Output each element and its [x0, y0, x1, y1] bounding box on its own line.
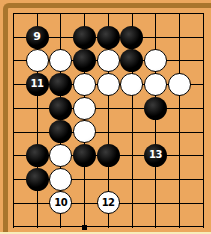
- black-stone: [144, 97, 167, 120]
- white-stone: [97, 49, 120, 72]
- move-number-label: 12: [102, 192, 115, 213]
- go-board: 911131012: [0, 0, 211, 234]
- move-number-label: 9: [33, 26, 41, 48]
- black-stone: [26, 168, 49, 191]
- black-stone: [73, 26, 96, 49]
- black-stone: [49, 97, 72, 120]
- white-stone: [73, 73, 96, 96]
- white-stone: [168, 73, 191, 96]
- white-stone: [97, 73, 120, 96]
- black-stone: [120, 26, 143, 49]
- move-number-label: 10: [54, 192, 67, 213]
- black-stone-11: 11: [26, 73, 49, 96]
- star-point: [82, 225, 87, 230]
- black-stone-13: 13: [144, 144, 167, 167]
- white-stone: [49, 168, 72, 191]
- bottom-edge-strip: [0, 232, 211, 234]
- white-stone-12: 12: [97, 191, 120, 214]
- white-stone: [73, 97, 96, 120]
- white-stone: [144, 73, 167, 96]
- black-stone: [73, 144, 96, 167]
- black-stone-9: 9: [26, 26, 49, 49]
- black-stone: [49, 73, 72, 96]
- black-stone: [73, 49, 96, 72]
- move-number-label: 13: [149, 144, 162, 166]
- black-stone: [97, 144, 120, 167]
- black-stone: [26, 144, 49, 167]
- move-number-label: 11: [31, 73, 44, 95]
- white-stone: [26, 49, 49, 72]
- black-stone: [97, 26, 120, 49]
